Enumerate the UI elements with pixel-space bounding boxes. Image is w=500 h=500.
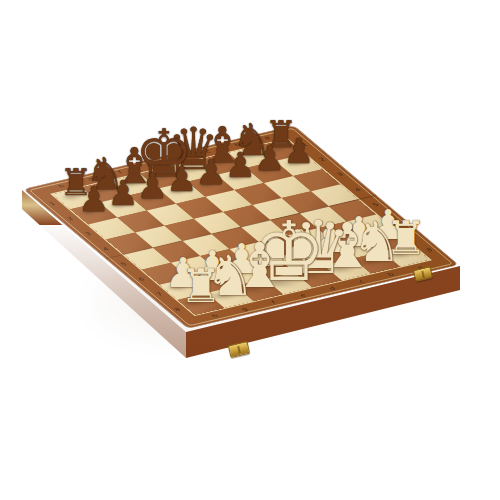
piece-white-rook[interactable]: ♜ — [180, 263, 222, 310]
piece-black-pawn[interactable]: ♟ — [254, 141, 285, 176]
piece-black-pawn[interactable]: ♟ — [225, 148, 256, 183]
piece-black-pawn[interactable]: ♟ — [283, 135, 314, 170]
pieces-layer: ♜♞♝♛♚♝♞♜♟♟♟♟♟♟♟♟♟♟♟♟♟♟♟♟♜♞♝♛♚♝♞♜ — [0, 0, 500, 500]
piece-black-pawn[interactable]: ♟ — [78, 183, 109, 218]
photo-stage: 11hh22gg33ff44ee55dd66cc77bb88aa ♜♞♝♛♚♝♞… — [0, 0, 500, 500]
piece-black-pawn[interactable]: ♟ — [195, 155, 226, 190]
piece-black-pawn[interactable]: ♟ — [137, 169, 168, 204]
piece-black-pawn[interactable]: ♟ — [166, 162, 197, 197]
piece-black-pawn[interactable]: ♟ — [108, 176, 139, 211]
